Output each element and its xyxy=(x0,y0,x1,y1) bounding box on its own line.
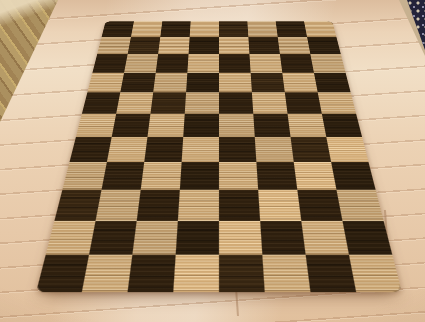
square-r6c7 xyxy=(288,114,327,137)
square-r5c4 xyxy=(185,92,219,113)
square-r8c6 xyxy=(256,162,297,190)
square-r8c5 xyxy=(219,162,258,190)
square-r7c5 xyxy=(219,137,256,162)
square-r8c7 xyxy=(294,162,337,190)
square-r8c1 xyxy=(62,162,107,190)
square-r4c6 xyxy=(251,72,285,92)
square-r1c5 xyxy=(219,21,248,37)
square-r3c5 xyxy=(219,54,251,72)
square-r8c2 xyxy=(101,162,144,190)
square-r5c7 xyxy=(285,92,322,113)
square-r2c7 xyxy=(278,37,311,54)
square-r3c2 xyxy=(124,54,158,72)
square-r6c3 xyxy=(147,114,184,137)
square-r7c4 xyxy=(182,137,219,162)
square-r3c1 xyxy=(92,54,127,72)
square-r6c4 xyxy=(183,114,219,137)
square-r1c2 xyxy=(131,21,162,37)
square-r9c7 xyxy=(297,190,342,221)
square-r7c2 xyxy=(107,137,148,162)
square-r1c8 xyxy=(304,21,336,37)
square-r5c8 xyxy=(318,92,356,113)
square-r11c4 xyxy=(173,255,219,293)
square-r3c7 xyxy=(280,54,314,72)
square-r6c2 xyxy=(112,114,151,137)
square-r3c4 xyxy=(187,54,219,72)
square-r6c6 xyxy=(253,114,290,137)
square-r8c4 xyxy=(180,162,219,190)
square-r9c1 xyxy=(54,190,101,221)
square-r7c3 xyxy=(144,137,183,162)
square-r1c4 xyxy=(190,21,219,37)
square-r9c5 xyxy=(219,190,260,221)
square-r4c3 xyxy=(153,72,187,92)
square-r9c4 xyxy=(178,190,219,221)
square-r1c1 xyxy=(102,21,134,37)
square-r4c5 xyxy=(219,72,252,92)
square-r11c6 xyxy=(262,255,310,293)
scene-photo xyxy=(0,0,425,322)
square-r4c7 xyxy=(282,72,317,92)
square-r10c1 xyxy=(46,221,96,255)
square-r9c2 xyxy=(96,190,141,221)
square-r7c8 xyxy=(326,137,368,162)
square-r2c2 xyxy=(128,37,161,54)
square-r10c5 xyxy=(219,221,262,255)
square-r9c8 xyxy=(337,190,384,221)
square-r6c8 xyxy=(322,114,362,137)
square-r8c8 xyxy=(331,162,376,190)
square-r4c4 xyxy=(186,72,219,92)
square-r5c3 xyxy=(150,92,186,113)
square-r5c2 xyxy=(116,92,153,113)
square-r7c1 xyxy=(69,137,111,162)
square-r2c4 xyxy=(189,37,219,54)
square-r9c3 xyxy=(137,190,180,221)
square-r4c8 xyxy=(314,72,351,92)
square-r1c6 xyxy=(247,21,277,37)
square-r10c4 xyxy=(176,221,219,255)
square-r11c8 xyxy=(349,255,402,293)
square-r3c3 xyxy=(156,54,189,72)
square-r10c3 xyxy=(132,221,177,255)
square-r1c7 xyxy=(276,21,307,37)
square-r3c8 xyxy=(310,54,345,72)
square-r8c3 xyxy=(141,162,182,190)
square-r7c7 xyxy=(291,137,332,162)
square-r6c5 xyxy=(219,114,255,137)
square-r10c7 xyxy=(301,221,349,255)
square-r10c2 xyxy=(89,221,137,255)
square-r11c2 xyxy=(82,255,133,293)
square-r5c5 xyxy=(219,92,253,113)
square-r2c6 xyxy=(248,37,280,54)
square-r10c6 xyxy=(260,221,305,255)
square-r3c6 xyxy=(249,54,282,72)
square-r5c1 xyxy=(82,92,120,113)
square-r2c8 xyxy=(307,37,341,54)
square-r11c7 xyxy=(306,255,357,293)
square-r11c3 xyxy=(128,255,176,293)
square-r2c1 xyxy=(97,37,131,54)
square-r2c5 xyxy=(219,37,249,54)
square-r4c1 xyxy=(87,72,124,92)
square-r2c3 xyxy=(158,37,190,54)
square-r11c1 xyxy=(36,255,89,293)
square-r1c3 xyxy=(160,21,190,37)
square-r6c1 xyxy=(76,114,116,137)
square-r7c6 xyxy=(255,137,294,162)
square-r4c2 xyxy=(120,72,155,92)
square-r11c5 xyxy=(219,255,265,293)
square-r5c6 xyxy=(252,92,288,113)
square-r10c8 xyxy=(342,221,392,255)
square-r9c6 xyxy=(258,190,301,221)
